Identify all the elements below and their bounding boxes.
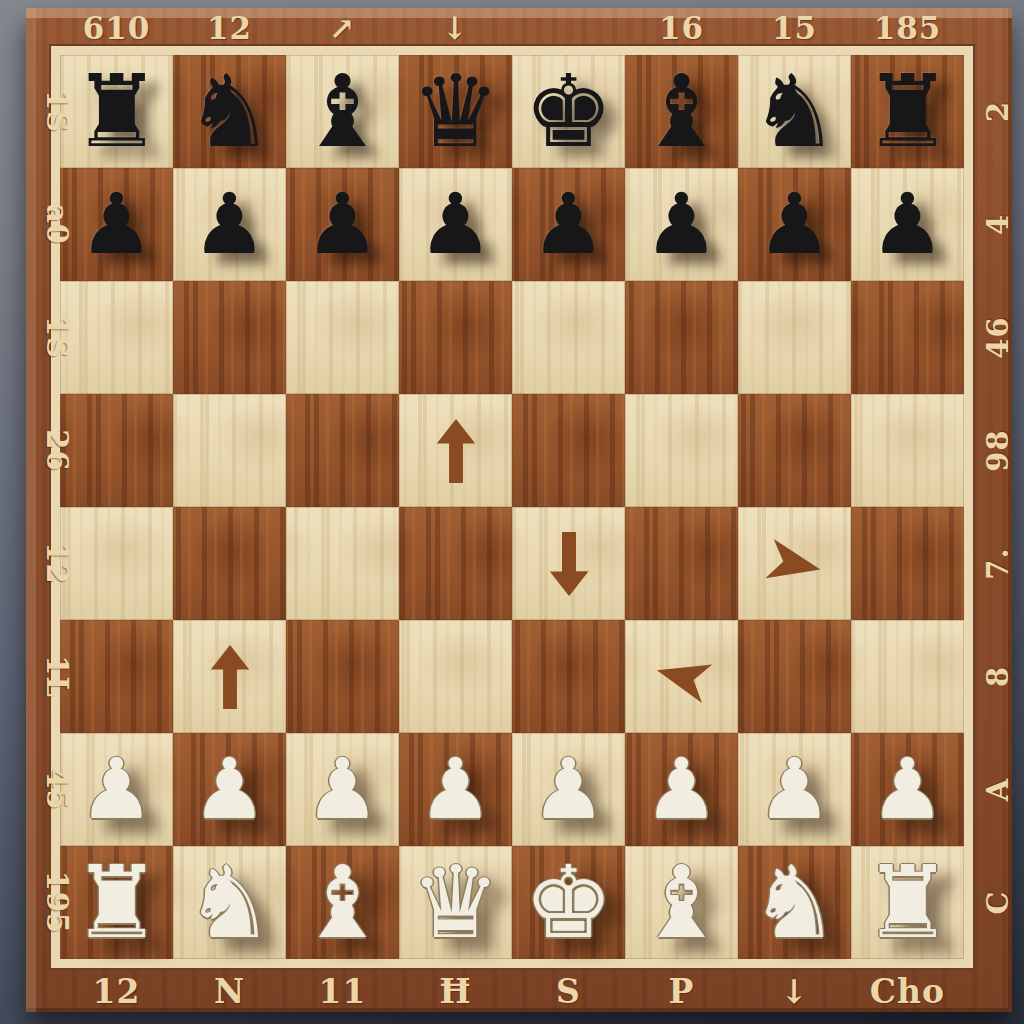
coord-label-left-6: 45 — [1, 758, 114, 822]
piece-wb-f1[interactable]: ♝ — [637, 846, 727, 959]
coords-left: 1Sa01S26121L45195 — [26, 55, 58, 959]
piece-wp-d2[interactable]: ♟ — [418, 733, 493, 846]
coord-label-top-2: ↗ — [286, 10, 399, 46]
square-f6[interactable] — [625, 281, 738, 394]
inlay-mark-g4 — [762, 532, 828, 595]
piece-wp-f2[interactable]: ♟ — [644, 733, 719, 846]
piece-bp-g7[interactable]: ♟ — [757, 168, 832, 281]
piece-bp-c7[interactable]: ♟ — [305, 168, 380, 281]
square-f7[interactable]: ♟ — [625, 168, 738, 281]
coord-label-left-7: 195 — [1, 871, 114, 935]
piece-bb-f8[interactable]: ♝ — [637, 55, 727, 168]
square-f5[interactable] — [625, 394, 738, 507]
coord-label-right-1: 4 — [941, 203, 1024, 245]
square-d7[interactable]: ♟ — [399, 168, 512, 281]
coord-label-right-6: A — [941, 768, 1024, 810]
piece-bq-d8[interactable]: ♛ — [411, 55, 501, 168]
square-d2[interactable]: ♟ — [399, 733, 512, 846]
piece-wp-e2[interactable]: ♟ — [531, 733, 606, 846]
square-f2[interactable]: ♟ — [625, 733, 738, 846]
coord-label-left-4: 12 — [1, 532, 114, 596]
coord-label-top-5: 16 — [625, 10, 738, 46]
coord-label-left-5: 1L — [1, 645, 114, 709]
square-e7[interactable]: ♟ — [512, 168, 625, 281]
piece-wp-c2[interactable]: ♟ — [305, 733, 380, 846]
square-c2[interactable]: ♟ — [286, 733, 399, 846]
coord-label-right-5: 8 — [941, 655, 1024, 697]
coord-label-top-7: 185 — [851, 10, 964, 46]
coord-label-right-3: 98 — [941, 429, 1024, 471]
square-d8[interactable]: ♛ — [399, 55, 512, 168]
coord-label-top-1: 12 — [173, 10, 286, 46]
piece-bp-h7[interactable]: ♟ — [870, 168, 945, 281]
inlay-mark-d5 — [433, 419, 479, 483]
square-f3[interactable] — [625, 620, 738, 733]
coords-bottom: 12N11ĦSP↓Cho — [60, 970, 964, 1012]
square-e4[interactable] — [512, 507, 625, 620]
square-e8[interactable]: ♚ — [512, 55, 625, 168]
piece-bp-d7[interactable]: ♟ — [418, 168, 493, 281]
coord-label-right-7: C — [941, 881, 1024, 923]
square-c5[interactable] — [286, 394, 399, 507]
inlay-mark-e4 — [546, 532, 592, 596]
piece-bn-b8[interactable]: ♞ — [185, 55, 275, 168]
coords-top: 61012↗↓1615185 — [60, 10, 964, 46]
coord-label-top-0: 610 — [60, 10, 173, 46]
coord-label-left-2: 1S — [1, 306, 114, 370]
square-b2[interactable]: ♟ — [173, 733, 286, 846]
coord-label-bottom-3: Ħ — [399, 970, 512, 1012]
piece-bp-f7[interactable]: ♟ — [644, 168, 719, 281]
piece-wb-c1[interactable]: ♝ — [298, 846, 388, 959]
coord-label-bottom-6: ↓ — [738, 970, 851, 1012]
coord-label-bottom-7: Cho — [851, 970, 964, 1012]
piece-bn-g8[interactable]: ♞ — [750, 55, 840, 168]
piece-wr-h1[interactable]: ♜ — [863, 846, 953, 959]
coord-label-bottom-4: S — [512, 970, 625, 1012]
square-g3[interactable] — [738, 620, 851, 733]
square-c4[interactable] — [286, 507, 399, 620]
piece-bb-c8[interactable]: ♝ — [298, 55, 388, 168]
square-e2[interactable]: ♟ — [512, 733, 625, 846]
board-inlay-band: ♜♞♝♛♚♝♞♜♟♟♟♟♟♟♟♟♟♟♟♟♟♟♟♟♜♞♝♛♚♝♞♜ — [49, 44, 975, 970]
square-g7[interactable]: ♟ — [738, 168, 851, 281]
square-g6[interactable] — [738, 281, 851, 394]
square-e5[interactable] — [512, 394, 625, 507]
square-b7[interactable]: ♟ — [173, 168, 286, 281]
square-b4[interactable] — [173, 507, 286, 620]
square-d5[interactable] — [399, 394, 512, 507]
coord-label-bottom-1: N — [173, 970, 286, 1012]
square-g8[interactable]: ♞ — [738, 55, 851, 168]
square-f4[interactable] — [625, 507, 738, 620]
piece-wk-e1[interactable]: ♚ — [524, 846, 614, 959]
square-d1[interactable]: ♛ — [399, 846, 512, 959]
square-g1[interactable]: ♞ — [738, 846, 851, 959]
coord-label-bottom-2: 11 — [286, 970, 399, 1012]
square-e3[interactable] — [512, 620, 625, 733]
square-b6[interactable] — [173, 281, 286, 394]
piece-wp-h2[interactable]: ♟ — [870, 733, 945, 846]
coord-label-top-3: ↓ — [399, 10, 512, 46]
square-c8[interactable]: ♝ — [286, 55, 399, 168]
chess-board: ♜♞♝♛♚♝♞♜♟♟♟♟♟♟♟♟♟♟♟♟♟♟♟♟♜♞♝♛♚♝♞♜ — [60, 55, 964, 959]
square-d6[interactable] — [399, 281, 512, 394]
square-c6[interactable] — [286, 281, 399, 394]
inlay-mark-b3 — [207, 645, 253, 709]
square-g2[interactable]: ♟ — [738, 733, 851, 846]
square-c1[interactable]: ♝ — [286, 846, 399, 959]
square-e1[interactable]: ♚ — [512, 846, 625, 959]
coord-label-right-2: 46 — [941, 316, 1024, 358]
square-f8[interactable]: ♝ — [625, 55, 738, 168]
square-e6[interactable] — [512, 281, 625, 394]
coord-label-top-4 — [512, 10, 625, 46]
square-g4[interactable] — [738, 507, 851, 620]
coord-label-left-1: a0 — [1, 193, 114, 257]
coord-label-right-0: 2 — [941, 90, 1024, 132]
inlay-mark-f3 — [648, 644, 716, 709]
piece-wn-b1[interactable]: ♞ — [185, 846, 275, 959]
piece-wp-b2[interactable]: ♟ — [192, 733, 267, 846]
square-g5[interactable] — [738, 394, 851, 507]
square-b3[interactable] — [173, 620, 286, 733]
square-b1[interactable]: ♞ — [173, 846, 286, 959]
piece-bp-b7[interactable]: ♟ — [192, 168, 267, 281]
coord-label-bottom-5: P — [625, 970, 738, 1012]
piece-wn-g1[interactable]: ♞ — [750, 846, 840, 959]
piece-wq-d1[interactable]: ♛ — [411, 846, 501, 959]
coord-label-bottom-0: 12 — [60, 970, 173, 1012]
square-b8[interactable]: ♞ — [173, 55, 286, 168]
square-c7[interactable]: ♟ — [286, 168, 399, 281]
square-b5[interactable] — [173, 394, 286, 507]
photo-stage: 61012↗↓1615185 12N11ĦSP↓Cho 1Sa01S26121L… — [0, 0, 1024, 1024]
coords-right: 2446987.8AC — [976, 55, 1010, 959]
coord-label-left-3: 26 — [1, 419, 114, 483]
square-f1[interactable]: ♝ — [625, 846, 738, 959]
square-d3[interactable] — [399, 620, 512, 733]
coord-label-top-6: 15 — [738, 10, 851, 46]
square-c3[interactable] — [286, 620, 399, 733]
coord-label-right-4: 7. — [941, 542, 1024, 584]
piece-wp-g2[interactable]: ♟ — [757, 733, 832, 846]
piece-bp-e7[interactable]: ♟ — [531, 168, 606, 281]
piece-br-h8[interactable]: ♜ — [863, 55, 953, 168]
piece-bk-e8[interactable]: ♚ — [524, 55, 614, 168]
square-d4[interactable] — [399, 507, 512, 620]
coord-label-left-0: 1S — [1, 80, 114, 144]
chess-board-frame: 61012↗↓1615185 12N11ĦSP↓Cho 1Sa01S26121L… — [26, 8, 1012, 1012]
